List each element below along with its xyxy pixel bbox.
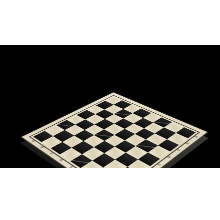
product-photo-background xyxy=(0,45,220,168)
